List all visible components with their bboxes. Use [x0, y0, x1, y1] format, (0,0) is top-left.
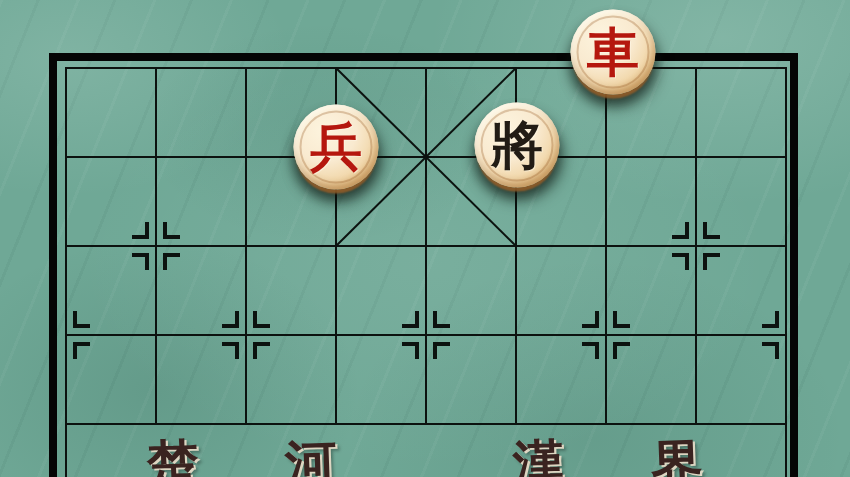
point-marker-corner: [762, 311, 779, 328]
point-marker-corner: [613, 311, 630, 328]
piece-red-chariot[interactable]: 車: [571, 10, 656, 95]
point-marker-corner: [613, 342, 630, 359]
river-character: 漢: [512, 438, 566, 477]
piece-glyph: 將: [491, 119, 543, 171]
river-character: 界: [650, 438, 704, 477]
point-marker-corner: [402, 311, 419, 328]
xiangqi-board: 楚河漢界 兵將車: [0, 0, 850, 477]
board-cell: [696, 68, 786, 157]
board-cell: [156, 68, 246, 157]
piece-red-soldier[interactable]: 兵: [294, 105, 379, 190]
piece-black-general[interactable]: 將: [475, 103, 560, 188]
point-marker-corner: [163, 222, 180, 239]
point-marker-corner: [672, 222, 689, 239]
point-marker-corner: [582, 342, 599, 359]
river-character: 河: [284, 438, 338, 477]
point-marker-corner: [433, 342, 450, 359]
point-marker-corner: [132, 222, 149, 239]
point-marker-corner: [703, 253, 720, 270]
point-marker-corner: [433, 311, 450, 328]
point-marker-corner: [163, 253, 180, 270]
point-marker-corner: [762, 342, 779, 359]
point-marker-corner: [73, 342, 90, 359]
river-character: 楚: [146, 438, 200, 477]
point-marker-corner: [672, 253, 689, 270]
point-marker-corner: [222, 311, 239, 328]
point-marker-corner: [703, 222, 720, 239]
point-marker-corner: [253, 342, 270, 359]
point-marker-corner: [132, 253, 149, 270]
point-marker-corner: [73, 311, 90, 328]
point-marker-corner: [402, 342, 419, 359]
piece-glyph: 兵: [310, 121, 362, 173]
board-cell: [66, 68, 156, 157]
piece-glyph: 車: [587, 26, 639, 78]
point-marker-corner: [253, 311, 270, 328]
board-grid-lines: [65, 67, 787, 425]
point-marker-corner: [582, 311, 599, 328]
point-marker-corner: [222, 342, 239, 359]
